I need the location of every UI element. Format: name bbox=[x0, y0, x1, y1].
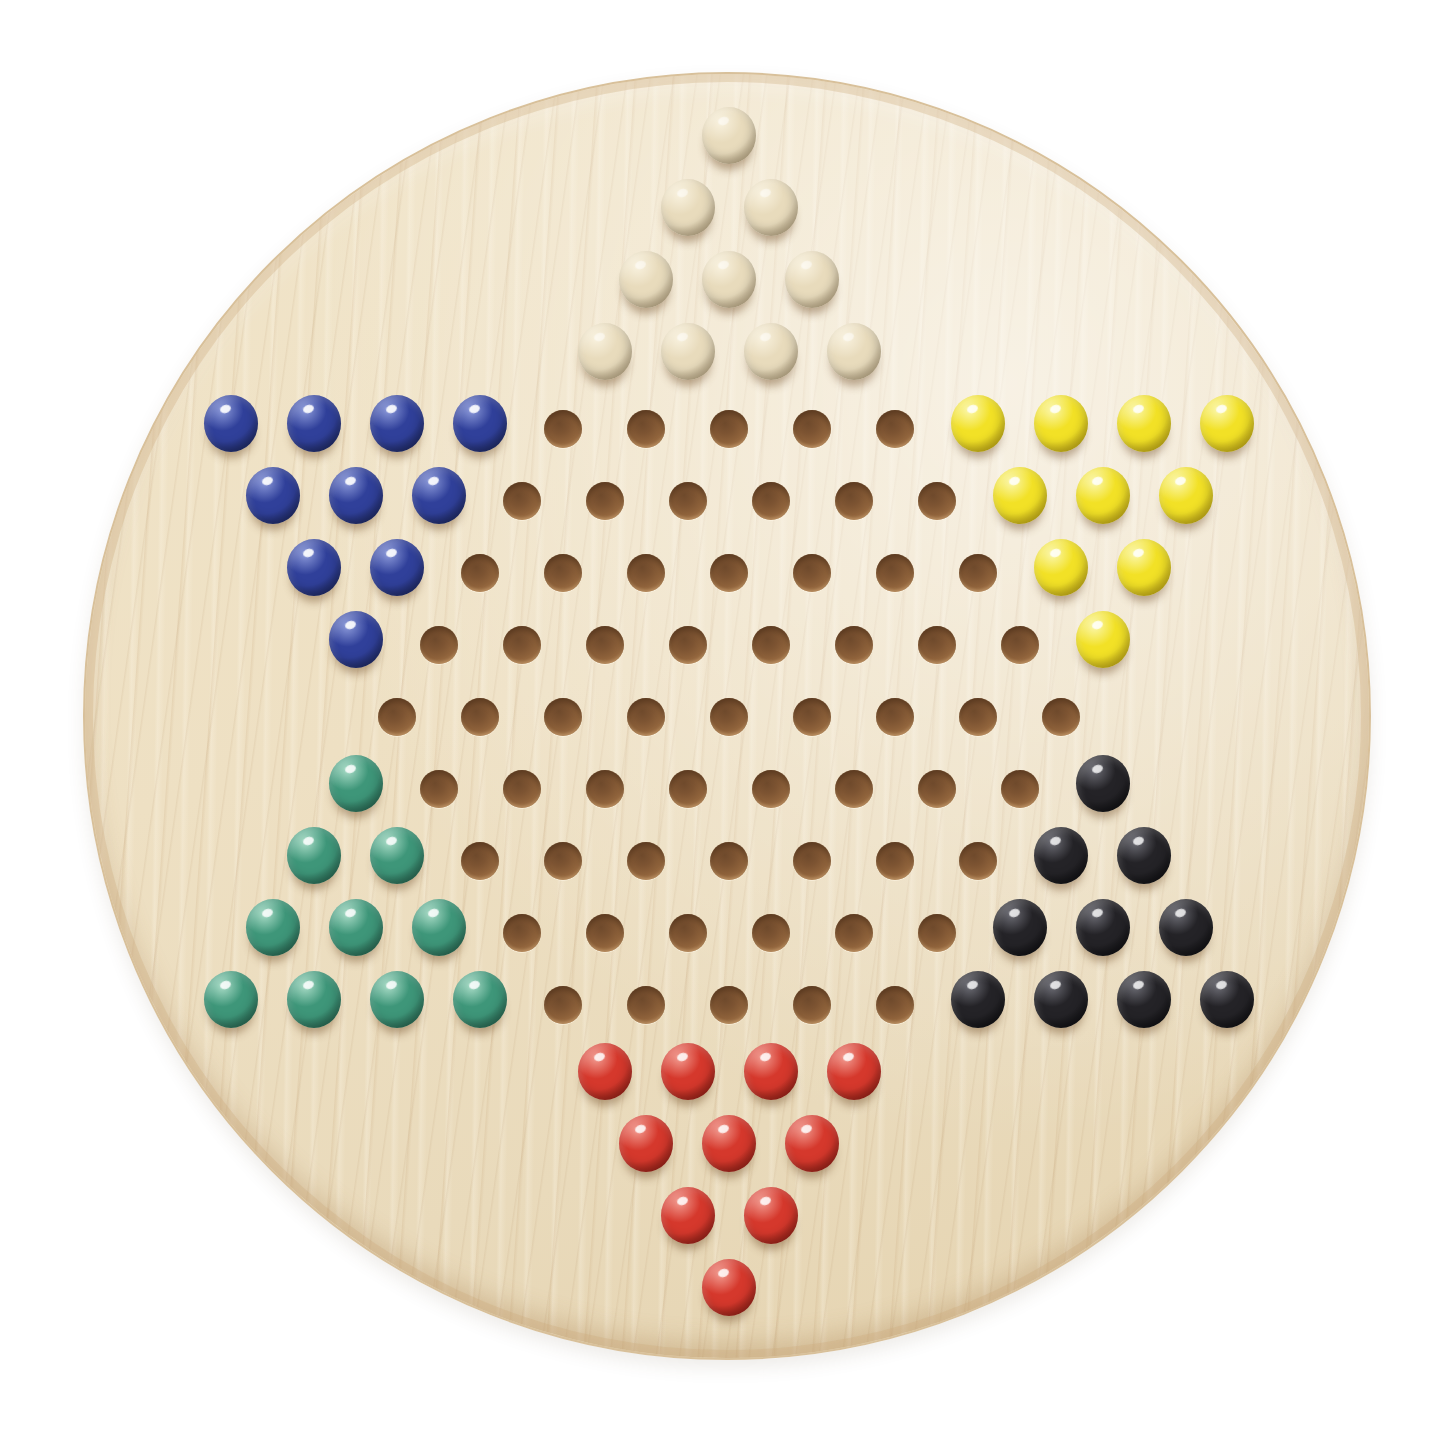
board-hole[interactable] bbox=[503, 914, 541, 952]
board-hole[interactable] bbox=[586, 770, 624, 808]
board-hole[interactable] bbox=[586, 482, 624, 520]
board-hole[interactable] bbox=[710, 698, 748, 736]
board-hole[interactable] bbox=[752, 770, 790, 808]
green-marble[interactable] bbox=[370, 971, 424, 1028]
natural-wood-marble[interactable] bbox=[827, 323, 881, 380]
green-marble[interactable] bbox=[287, 971, 341, 1028]
blue-marble[interactable] bbox=[287, 395, 341, 452]
yellow-marble[interactable] bbox=[1034, 539, 1088, 596]
yellow-marble[interactable] bbox=[1034, 395, 1088, 452]
board-hole[interactable] bbox=[918, 770, 956, 808]
natural-wood-marble[interactable] bbox=[785, 251, 839, 308]
black-marble[interactable] bbox=[951, 971, 1005, 1028]
black-marble[interactable] bbox=[1200, 971, 1254, 1028]
green-marble[interactable] bbox=[412, 899, 466, 956]
blue-marble[interactable] bbox=[412, 467, 466, 524]
board-hole[interactable] bbox=[710, 554, 748, 592]
red-marble[interactable] bbox=[827, 1043, 881, 1100]
blue-marble[interactable] bbox=[329, 467, 383, 524]
green-marble[interactable] bbox=[246, 899, 300, 956]
black-marble[interactable] bbox=[1076, 755, 1130, 812]
board-hole[interactable] bbox=[710, 410, 748, 448]
board-hole[interactable] bbox=[876, 842, 914, 880]
board-hole[interactable] bbox=[959, 554, 997, 592]
board-hole[interactable] bbox=[752, 482, 790, 520]
board-hole[interactable] bbox=[378, 698, 416, 736]
blue-marble[interactable] bbox=[453, 395, 507, 452]
yellow-marble[interactable] bbox=[1200, 395, 1254, 452]
natural-wood-marble[interactable] bbox=[661, 323, 715, 380]
board-hole[interactable] bbox=[876, 410, 914, 448]
yellow-marble[interactable] bbox=[993, 467, 1047, 524]
board-hole[interactable] bbox=[710, 842, 748, 880]
red-marble[interactable] bbox=[744, 1043, 798, 1100]
board-hole[interactable] bbox=[793, 410, 831, 448]
board-hole[interactable] bbox=[544, 554, 582, 592]
natural-wood-marble[interactable] bbox=[702, 251, 756, 308]
board-hole[interactable] bbox=[835, 626, 873, 664]
red-marble[interactable] bbox=[702, 1259, 756, 1316]
yellow-marble[interactable] bbox=[1159, 467, 1213, 524]
green-marble[interactable] bbox=[453, 971, 507, 1028]
green-marble[interactable] bbox=[370, 827, 424, 884]
blue-marble[interactable] bbox=[329, 611, 383, 668]
board-hole[interactable] bbox=[793, 698, 831, 736]
natural-wood-marble[interactable] bbox=[619, 251, 673, 308]
board-hole[interactable] bbox=[586, 626, 624, 664]
red-marble[interactable] bbox=[619, 1115, 673, 1172]
black-marble[interactable] bbox=[1076, 899, 1130, 956]
board-hole[interactable] bbox=[627, 554, 665, 592]
board-hole[interactable] bbox=[461, 554, 499, 592]
red-marble[interactable] bbox=[578, 1043, 632, 1100]
board-hole[interactable] bbox=[710, 986, 748, 1024]
red-marble[interactable] bbox=[661, 1187, 715, 1244]
board-hole[interactable] bbox=[461, 842, 499, 880]
board-hole[interactable] bbox=[1001, 626, 1039, 664]
green-marble[interactable] bbox=[204, 971, 258, 1028]
board-hole[interactable] bbox=[503, 770, 541, 808]
yellow-marble[interactable] bbox=[951, 395, 1005, 452]
black-marble[interactable] bbox=[1117, 827, 1171, 884]
board-hole[interactable] bbox=[544, 698, 582, 736]
board-hole[interactable] bbox=[544, 410, 582, 448]
green-marble[interactable] bbox=[329, 755, 383, 812]
board-hole[interactable] bbox=[669, 626, 707, 664]
natural-wood-marble[interactable] bbox=[578, 323, 632, 380]
board-hole[interactable] bbox=[1001, 770, 1039, 808]
board-hole[interactable] bbox=[586, 914, 624, 952]
board-hole[interactable] bbox=[1042, 698, 1080, 736]
natural-wood-marble[interactable] bbox=[744, 323, 798, 380]
board-hole[interactable] bbox=[876, 986, 914, 1024]
black-marble[interactable] bbox=[993, 899, 1047, 956]
black-marble[interactable] bbox=[1159, 899, 1213, 956]
board-hole[interactable] bbox=[627, 842, 665, 880]
board-hole[interactable] bbox=[793, 554, 831, 592]
board-hole[interactable] bbox=[959, 842, 997, 880]
board-hole[interactable] bbox=[627, 698, 665, 736]
blue-marble[interactable] bbox=[287, 539, 341, 596]
red-marble[interactable] bbox=[661, 1043, 715, 1100]
board-hole[interactable] bbox=[918, 914, 956, 952]
board-hole[interactable] bbox=[835, 770, 873, 808]
yellow-marble[interactable] bbox=[1076, 611, 1130, 668]
blue-marble[interactable] bbox=[204, 395, 258, 452]
board-hole[interactable] bbox=[918, 482, 956, 520]
red-marble[interactable] bbox=[744, 1187, 798, 1244]
board-hole[interactable] bbox=[876, 698, 914, 736]
board-hole[interactable] bbox=[752, 626, 790, 664]
natural-wood-marble[interactable] bbox=[702, 107, 756, 164]
blue-marble[interactable] bbox=[246, 467, 300, 524]
board-hole[interactable] bbox=[876, 554, 914, 592]
board-hole[interactable] bbox=[669, 482, 707, 520]
board-hole[interactable] bbox=[420, 626, 458, 664]
board-hole[interactable] bbox=[627, 986, 665, 1024]
green-marble[interactable] bbox=[329, 899, 383, 956]
red-marble[interactable] bbox=[702, 1115, 756, 1172]
board-hole[interactable] bbox=[793, 842, 831, 880]
board-hole[interactable] bbox=[793, 986, 831, 1024]
chinese-checkers-board bbox=[83, 72, 1371, 1360]
yellow-marble[interactable] bbox=[1117, 539, 1171, 596]
board-hole[interactable] bbox=[669, 770, 707, 808]
board-hole[interactable] bbox=[503, 482, 541, 520]
board-hole[interactable] bbox=[959, 698, 997, 736]
yellow-marble[interactable] bbox=[1117, 395, 1171, 452]
black-marble[interactable] bbox=[1034, 827, 1088, 884]
board-hole[interactable] bbox=[420, 770, 458, 808]
black-marble[interactable] bbox=[1034, 971, 1088, 1028]
board-hole[interactable] bbox=[835, 914, 873, 952]
board-hole[interactable] bbox=[835, 482, 873, 520]
blue-marble[interactable] bbox=[370, 539, 424, 596]
green-marble[interactable] bbox=[287, 827, 341, 884]
red-marble[interactable] bbox=[785, 1115, 839, 1172]
natural-wood-marble[interactable] bbox=[744, 179, 798, 236]
board-hole[interactable] bbox=[544, 842, 582, 880]
natural-wood-marble[interactable] bbox=[661, 179, 715, 236]
board-hole[interactable] bbox=[627, 410, 665, 448]
yellow-marble[interactable] bbox=[1076, 467, 1130, 524]
board-hole[interactable] bbox=[461, 698, 499, 736]
board-hole[interactable] bbox=[752, 914, 790, 952]
board-hole[interactable] bbox=[544, 986, 582, 1024]
board-hole[interactable] bbox=[669, 914, 707, 952]
blue-marble[interactable] bbox=[370, 395, 424, 452]
photo-canvas bbox=[0, 0, 1445, 1445]
board-hole[interactable] bbox=[918, 626, 956, 664]
board-hole[interactable] bbox=[503, 626, 541, 664]
black-marble[interactable] bbox=[1117, 971, 1171, 1028]
